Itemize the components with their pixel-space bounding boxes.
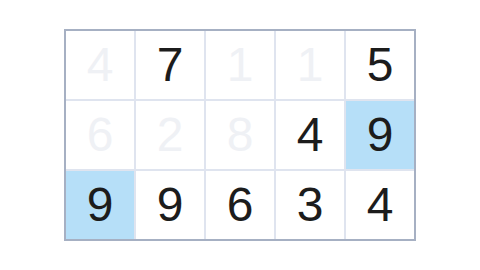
page-background: 471156284999634 (0, 0, 480, 270)
cell-value: 9 (367, 111, 394, 159)
grid-cell-r2c3[interactable]: 8 (206, 101, 274, 169)
cell-value: 3 (297, 181, 324, 229)
cell-value: 1 (297, 41, 324, 89)
grid-cell-r2c4[interactable]: 4 (276, 101, 344, 169)
grid-cell-r3c3[interactable]: 6 (206, 171, 274, 239)
grid-cell-r3c2[interactable]: 9 (136, 171, 204, 239)
grid-cell-r2c5[interactable]: 9 (346, 101, 414, 169)
grid-cell-r2c1[interactable]: 6 (66, 101, 134, 169)
grid-cell-r2c2[interactable]: 2 (136, 101, 204, 169)
grid-cell-r1c1[interactable]: 4 (66, 31, 134, 99)
cell-value: 2 (157, 111, 184, 159)
cell-value: 6 (227, 181, 254, 229)
grid-cell-r1c5[interactable]: 5 (346, 31, 414, 99)
puzzle-board: 471156284999634 (64, 29, 416, 241)
grid-cell-r3c5[interactable]: 4 (346, 171, 414, 239)
grid-cell-r1c4[interactable]: 1 (276, 31, 344, 99)
grid-cell-r3c4[interactable]: 3 (276, 171, 344, 239)
cell-value: 5 (367, 41, 394, 89)
grid-cell-r1c2[interactable]: 7 (136, 31, 204, 99)
grid-cell-r1c3[interactable]: 1 (206, 31, 274, 99)
cell-value: 8 (227, 111, 254, 159)
cell-value: 4 (297, 111, 324, 159)
cell-value: 1 (227, 41, 254, 89)
cell-value: 9 (157, 181, 184, 229)
cell-value: 7 (157, 41, 184, 89)
cell-value: 9 (87, 181, 114, 229)
cell-value: 6 (87, 111, 114, 159)
grid-cell-r3c1[interactable]: 9 (66, 171, 134, 239)
cell-value: 4 (87, 41, 114, 89)
cell-value: 4 (367, 181, 394, 229)
